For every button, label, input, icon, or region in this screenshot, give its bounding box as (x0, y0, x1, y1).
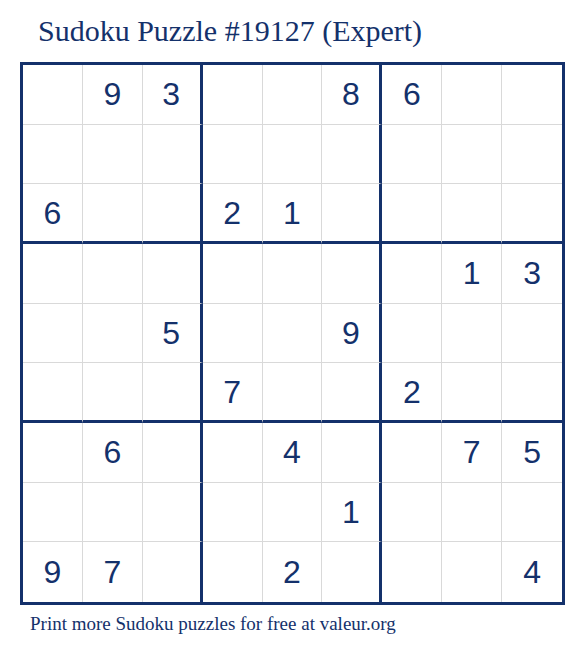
cell-r2c1 (23, 125, 83, 185)
cell-r7c5: 4 (263, 423, 323, 483)
cell-r3c8 (442, 184, 502, 244)
cell-r1c5 (263, 65, 323, 125)
cell-r4c4 (203, 244, 263, 304)
cell-r3c3 (143, 184, 203, 244)
cell-r3c9 (502, 184, 562, 244)
cell-r9c3 (143, 542, 203, 602)
cell-r6c4: 7 (203, 363, 263, 423)
cell-r2c7 (382, 125, 442, 185)
cell-r7c1 (23, 423, 83, 483)
cell-r2c8 (442, 125, 502, 185)
cell-r4c3 (143, 244, 203, 304)
cell-r5c5 (263, 304, 323, 364)
cell-r4c9: 3 (502, 244, 562, 304)
cell-r6c1 (23, 363, 83, 423)
cell-r9c6 (322, 542, 382, 602)
cell-r8c7 (382, 483, 442, 543)
sudoku-board: 9386621135972647519724 (20, 62, 565, 605)
cell-r8c2 (83, 483, 143, 543)
cell-r5c3: 5 (143, 304, 203, 364)
cell-r5c9 (502, 304, 562, 364)
cell-r3c4: 2 (203, 184, 263, 244)
cell-r2c9 (502, 125, 562, 185)
cell-r2c5 (263, 125, 323, 185)
cell-r1c6: 8 (322, 65, 382, 125)
cell-r8c1 (23, 483, 83, 543)
cell-r3c6 (322, 184, 382, 244)
cell-r9c9: 4 (502, 542, 562, 602)
cell-r5c6: 9 (322, 304, 382, 364)
cell-r2c3 (143, 125, 203, 185)
cell-r5c2 (83, 304, 143, 364)
cell-r9c1: 9 (23, 542, 83, 602)
cell-r9c8 (442, 542, 502, 602)
cell-r6c2 (83, 363, 143, 423)
cell-r1c7: 6 (382, 65, 442, 125)
cell-r7c2: 6 (83, 423, 143, 483)
cell-r7c4 (203, 423, 263, 483)
cell-r6c6 (322, 363, 382, 423)
cell-r8c3 (143, 483, 203, 543)
cell-r5c1 (23, 304, 83, 364)
footer-text: Print more Sudoku puzzles for free at va… (30, 613, 396, 635)
cell-r4c2 (83, 244, 143, 304)
cell-r7c6 (322, 423, 382, 483)
cell-r5c7 (382, 304, 442, 364)
cell-r4c5 (263, 244, 323, 304)
cell-r3c2 (83, 184, 143, 244)
cell-r5c4 (203, 304, 263, 364)
cell-r4c7 (382, 244, 442, 304)
cell-r6c3 (143, 363, 203, 423)
cell-r1c9 (502, 65, 562, 125)
cell-r9c4 (203, 542, 263, 602)
cell-r6c9 (502, 363, 562, 423)
cell-r1c4 (203, 65, 263, 125)
cell-r9c2: 7 (83, 542, 143, 602)
cell-r6c5 (263, 363, 323, 423)
page-title: Sudoku Puzzle #19127 (Expert) (38, 14, 422, 48)
cell-r1c3: 3 (143, 65, 203, 125)
cell-r3c1: 6 (23, 184, 83, 244)
cell-r1c8 (442, 65, 502, 125)
cell-r8c4 (203, 483, 263, 543)
cell-r7c8: 7 (442, 423, 502, 483)
cell-r7c9: 5 (502, 423, 562, 483)
cell-r1c2: 9 (83, 65, 143, 125)
cell-r5c8 (442, 304, 502, 364)
cell-r7c3 (143, 423, 203, 483)
cell-r4c8: 1 (442, 244, 502, 304)
cell-r4c6 (322, 244, 382, 304)
sudoku-page: Sudoku Puzzle #19127 (Expert) 9386621135… (0, 0, 580, 651)
cell-r2c4 (203, 125, 263, 185)
cell-r7c7 (382, 423, 442, 483)
cell-r4c1 (23, 244, 83, 304)
cell-r6c8 (442, 363, 502, 423)
cell-r3c5: 1 (263, 184, 323, 244)
cell-r8c8 (442, 483, 502, 543)
cell-r9c7 (382, 542, 442, 602)
cell-r9c5: 2 (263, 542, 323, 602)
cell-r3c7 (382, 184, 442, 244)
cell-r8c9 (502, 483, 562, 543)
cell-r8c5 (263, 483, 323, 543)
cell-r8c6: 1 (322, 483, 382, 543)
cell-r2c2 (83, 125, 143, 185)
cell-r1c1 (23, 65, 83, 125)
cell-r2c6 (322, 125, 382, 185)
cell-r6c7: 2 (382, 363, 442, 423)
